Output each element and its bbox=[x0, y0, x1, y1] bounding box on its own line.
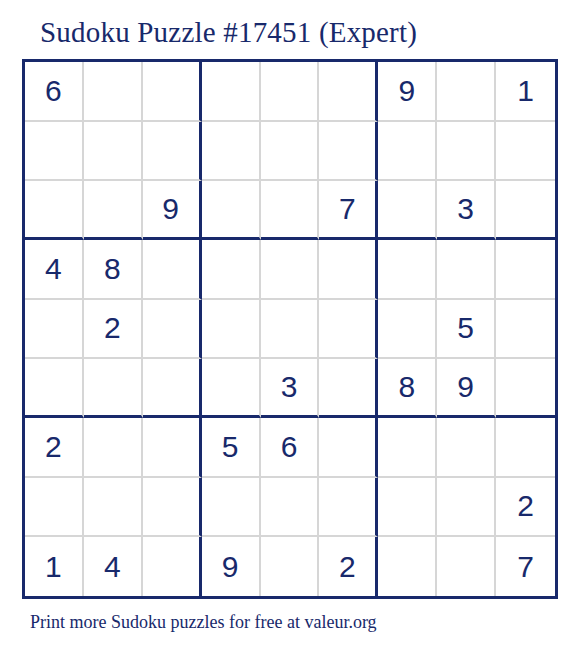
cell-r6c7[interactable]: 8 bbox=[378, 359, 437, 418]
cell-r2c8[interactable] bbox=[437, 122, 496, 181]
cell-r5c6[interactable] bbox=[319, 300, 378, 359]
cell-r8c8[interactable] bbox=[437, 478, 496, 537]
cell-r5c7[interactable] bbox=[378, 300, 437, 359]
cell-r1c9[interactable]: 1 bbox=[496, 62, 555, 121]
cell-r1c6[interactable] bbox=[319, 62, 378, 121]
cell-r2c3[interactable] bbox=[143, 122, 202, 181]
cell-r4c7[interactable] bbox=[378, 240, 437, 299]
cell-r3c6[interactable]: 7 bbox=[319, 181, 378, 240]
cell-r4c5[interactable] bbox=[261, 240, 320, 299]
cell-r7c9[interactable] bbox=[496, 418, 555, 477]
cell-r8c3[interactable] bbox=[143, 478, 202, 537]
cell-r6c3[interactable] bbox=[143, 359, 202, 418]
cell-r7c6[interactable] bbox=[319, 418, 378, 477]
cell-r4c6[interactable] bbox=[319, 240, 378, 299]
cell-r3c4[interactable] bbox=[202, 181, 261, 240]
cell-r9c8[interactable] bbox=[437, 537, 496, 596]
cell-r8c6[interactable] bbox=[319, 478, 378, 537]
cell-r6c5[interactable]: 3 bbox=[261, 359, 320, 418]
cell-r3c7[interactable] bbox=[378, 181, 437, 240]
cell-r7c3[interactable] bbox=[143, 418, 202, 477]
cell-r5c3[interactable] bbox=[143, 300, 202, 359]
cell-r4c3[interactable] bbox=[143, 240, 202, 299]
cell-r2c1[interactable] bbox=[25, 122, 84, 181]
cell-r4c9[interactable] bbox=[496, 240, 555, 299]
cell-r4c4[interactable] bbox=[202, 240, 261, 299]
cell-r9c9[interactable]: 7 bbox=[496, 537, 555, 596]
cell-r6c1[interactable] bbox=[25, 359, 84, 418]
cell-r7c7[interactable] bbox=[378, 418, 437, 477]
cell-r3c9[interactable] bbox=[496, 181, 555, 240]
cell-r2c4[interactable] bbox=[202, 122, 261, 181]
cell-r8c4[interactable] bbox=[202, 478, 261, 537]
cell-r7c8[interactable] bbox=[437, 418, 496, 477]
cell-r2c5[interactable] bbox=[261, 122, 320, 181]
cell-r3c2[interactable] bbox=[84, 181, 143, 240]
cell-r1c4[interactable] bbox=[202, 62, 261, 121]
page-title: Sudoku Puzzle #17451 (Expert) bbox=[40, 16, 580, 49]
cell-r1c5[interactable] bbox=[261, 62, 320, 121]
cell-r6c2[interactable] bbox=[84, 359, 143, 418]
cell-r3c8[interactable]: 3 bbox=[437, 181, 496, 240]
cell-r1c3[interactable] bbox=[143, 62, 202, 121]
cell-r4c2[interactable]: 8 bbox=[84, 240, 143, 299]
cell-r1c8[interactable] bbox=[437, 62, 496, 121]
cell-r3c5[interactable] bbox=[261, 181, 320, 240]
cell-r8c2[interactable] bbox=[84, 478, 143, 537]
cell-r1c7[interactable]: 9 bbox=[378, 62, 437, 121]
cell-r6c4[interactable] bbox=[202, 359, 261, 418]
cell-r2c6[interactable] bbox=[319, 122, 378, 181]
cell-r5c5[interactable] bbox=[261, 300, 320, 359]
cell-r1c1[interactable]: 6 bbox=[25, 62, 84, 121]
cell-r9c3[interactable] bbox=[143, 537, 202, 596]
cell-r7c1[interactable]: 2 bbox=[25, 418, 84, 477]
cell-r5c2[interactable]: 2 bbox=[84, 300, 143, 359]
cell-r9c5[interactable] bbox=[261, 537, 320, 596]
cell-r8c5[interactable] bbox=[261, 478, 320, 537]
cell-r5c4[interactable] bbox=[202, 300, 261, 359]
cell-r5c9[interactable] bbox=[496, 300, 555, 359]
footer-text: Print more Sudoku puzzles for free at va… bbox=[30, 612, 580, 633]
sudoku-board: 6919734825389256214927 bbox=[22, 59, 558, 599]
cell-r8c7[interactable] bbox=[378, 478, 437, 537]
cell-r4c1[interactable]: 4 bbox=[25, 240, 84, 299]
cell-r9c1[interactable]: 1 bbox=[25, 537, 84, 596]
cell-r1c2[interactable] bbox=[84, 62, 143, 121]
cell-r7c5[interactable]: 6 bbox=[261, 418, 320, 477]
cell-r2c9[interactable] bbox=[496, 122, 555, 181]
cell-r5c1[interactable] bbox=[25, 300, 84, 359]
cell-r6c6[interactable] bbox=[319, 359, 378, 418]
cell-r2c2[interactable] bbox=[84, 122, 143, 181]
cell-r7c4[interactable]: 5 bbox=[202, 418, 261, 477]
cell-r3c1[interactable] bbox=[25, 181, 84, 240]
cell-r2c7[interactable] bbox=[378, 122, 437, 181]
cell-r3c3[interactable]: 9 bbox=[143, 181, 202, 240]
cell-r9c6[interactable]: 2 bbox=[319, 537, 378, 596]
cell-r6c9[interactable] bbox=[496, 359, 555, 418]
cell-r5c8[interactable]: 5 bbox=[437, 300, 496, 359]
cell-r6c8[interactable]: 9 bbox=[437, 359, 496, 418]
cell-r7c2[interactable] bbox=[84, 418, 143, 477]
cell-r9c4[interactable]: 9 bbox=[202, 537, 261, 596]
cell-r4c8[interactable] bbox=[437, 240, 496, 299]
cell-r8c1[interactable] bbox=[25, 478, 84, 537]
cell-r8c9[interactable]: 2 bbox=[496, 478, 555, 537]
cell-r9c2[interactable]: 4 bbox=[84, 537, 143, 596]
cell-r9c7[interactable] bbox=[378, 537, 437, 596]
